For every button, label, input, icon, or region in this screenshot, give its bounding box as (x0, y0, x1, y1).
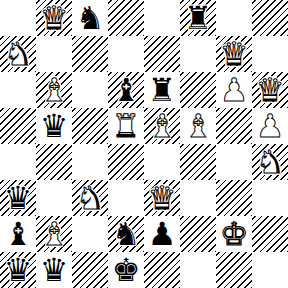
square-c8[interactable]: ♞ (72, 0, 108, 36)
piece-black-knight: ♞ (112, 218, 141, 250)
piece-white-bishop: ♝ (40, 74, 69, 106)
square-f5[interactable]: ♝ (180, 108, 216, 144)
square-c1[interactable] (72, 252, 108, 288)
square-d1[interactable]: ♚ (108, 252, 144, 288)
piece-black-queen: ♛ (4, 254, 33, 286)
square-a1[interactable]: ♛ (0, 252, 36, 288)
piece-white-knight: ♞ (76, 182, 105, 214)
piece-white-king: ♚ (220, 218, 249, 250)
square-g4[interactable] (216, 144, 252, 180)
square-a6[interactable] (0, 72, 36, 108)
piece-black-pawn: ♟ (148, 218, 177, 250)
square-e7[interactable] (144, 36, 180, 72)
square-e3[interactable]: ♛ (144, 180, 180, 216)
square-h2[interactable] (252, 216, 288, 252)
square-f8[interactable]: ♜ (180, 0, 216, 36)
piece-white-knight: ♞ (4, 38, 33, 70)
piece-white-knight: ♞ (256, 146, 285, 178)
square-b5[interactable]: ♛ (36, 108, 72, 144)
square-e2[interactable]: ♟ (144, 216, 180, 252)
square-d4[interactable] (108, 144, 144, 180)
square-e5[interactable]: ♝ (144, 108, 180, 144)
square-h4[interactable]: ♞ (252, 144, 288, 180)
square-c3[interactable]: ♞ (72, 180, 108, 216)
square-d2[interactable]: ♞ (108, 216, 144, 252)
square-b1[interactable]: ♛ (36, 252, 72, 288)
square-d8[interactable] (108, 0, 144, 36)
square-a7[interactable]: ♞ (0, 36, 36, 72)
piece-white-bishop: ♝ (40, 218, 69, 250)
square-d7[interactable] (108, 36, 144, 72)
square-g6[interactable]: ♟ (216, 72, 252, 108)
piece-white-bishop: ♝ (184, 110, 213, 142)
square-a8[interactable] (0, 0, 36, 36)
square-f6[interactable] (180, 72, 216, 108)
square-f4[interactable] (180, 144, 216, 180)
square-e4[interactable] (144, 144, 180, 180)
piece-white-pawn: ♟ (256, 110, 285, 142)
square-f3[interactable] (180, 180, 216, 216)
square-h1[interactable] (252, 252, 288, 288)
square-h3[interactable] (252, 180, 288, 216)
piece-black-rook: ♜ (184, 2, 213, 34)
square-g3[interactable] (216, 180, 252, 216)
piece-black-king: ♚ (112, 254, 141, 286)
piece-black-queen: ♛ (4, 182, 33, 214)
piece-white-pawn: ♟ (220, 74, 249, 106)
piece-white-queen: ♛ (220, 38, 249, 70)
square-g2[interactable]: ♚ (216, 216, 252, 252)
piece-white-queen: ♛ (40, 2, 69, 34)
square-b7[interactable] (36, 36, 72, 72)
square-b3[interactable] (36, 180, 72, 216)
square-c2[interactable] (72, 216, 108, 252)
square-f7[interactable] (180, 36, 216, 72)
piece-white-rook: ♜ (112, 110, 141, 142)
square-a3[interactable]: ♛ (0, 180, 36, 216)
square-h7[interactable] (252, 36, 288, 72)
chess-board: ♛♞♜♞♛♝♝♜♟♛♛♜♝♝♟♞♛♞♛♝♝♞♟♚♛♛♚ (0, 0, 288, 288)
square-c6[interactable] (72, 72, 108, 108)
square-a2[interactable]: ♝ (0, 216, 36, 252)
piece-black-queen: ♛ (40, 254, 69, 286)
square-d3[interactable] (108, 180, 144, 216)
piece-white-bishop: ♝ (148, 110, 177, 142)
square-a4[interactable] (0, 144, 36, 180)
square-f1[interactable] (180, 252, 216, 288)
square-g8[interactable] (216, 0, 252, 36)
square-b4[interactable] (36, 144, 72, 180)
square-b8[interactable]: ♛ (36, 0, 72, 36)
piece-black-queen: ♛ (40, 110, 69, 142)
square-g1[interactable] (216, 252, 252, 288)
square-e8[interactable] (144, 0, 180, 36)
piece-white-queen: ♛ (148, 182, 177, 214)
square-b2[interactable]: ♝ (36, 216, 72, 252)
piece-black-rook: ♜ (148, 74, 177, 106)
square-h6[interactable]: ♛ (252, 72, 288, 108)
square-h5[interactable]: ♟ (252, 108, 288, 144)
square-c7[interactable] (72, 36, 108, 72)
square-d6[interactable]: ♝ (108, 72, 144, 108)
square-e1[interactable] (144, 252, 180, 288)
square-f2[interactable] (180, 216, 216, 252)
square-e6[interactable]: ♜ (144, 72, 180, 108)
piece-white-queen: ♛ (256, 74, 285, 106)
piece-black-bishop: ♝ (4, 218, 33, 250)
piece-black-knight: ♞ (76, 2, 105, 34)
square-c5[interactable] (72, 108, 108, 144)
square-a5[interactable] (0, 108, 36, 144)
square-g7[interactable]: ♛ (216, 36, 252, 72)
piece-black-bishop: ♝ (112, 74, 141, 106)
square-h8[interactable] (252, 0, 288, 36)
square-d5[interactable]: ♜ (108, 108, 144, 144)
square-g5[interactable] (216, 108, 252, 144)
square-c4[interactable] (72, 144, 108, 180)
square-b6[interactable]: ♝ (36, 72, 72, 108)
